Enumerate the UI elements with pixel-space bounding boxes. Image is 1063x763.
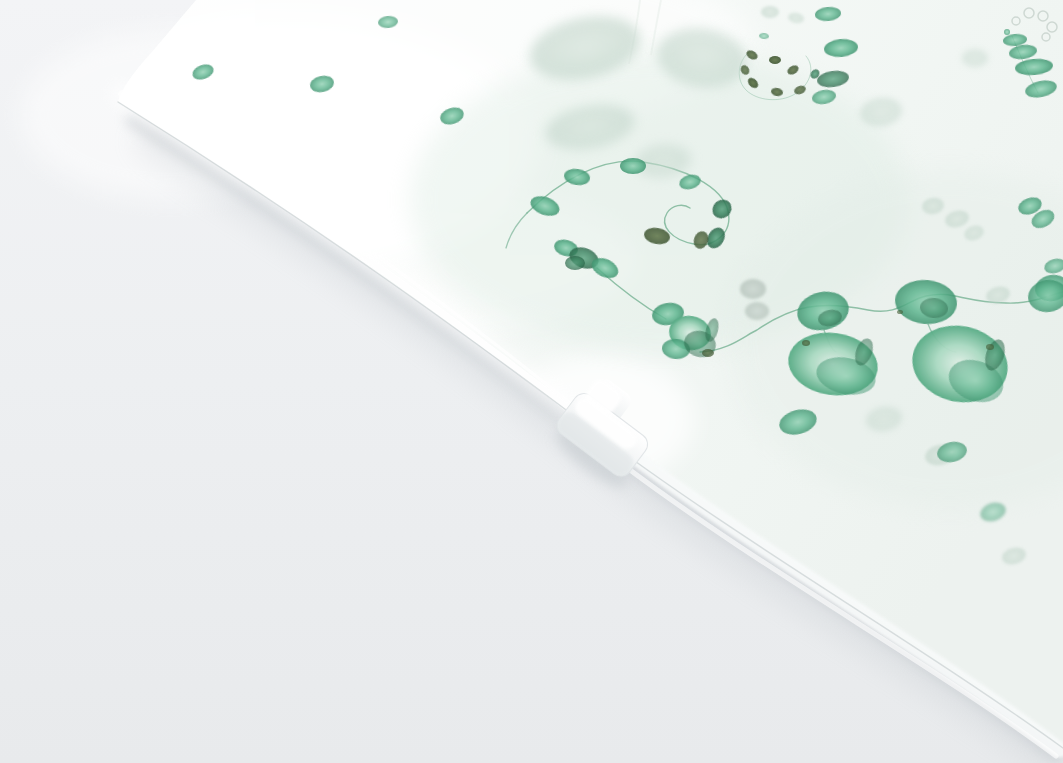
leaf-motif	[962, 49, 988, 67]
leaf-motif	[986, 344, 994, 350]
photo-canvas	[0, 0, 1063, 763]
leaf-motif	[565, 256, 585, 270]
leaf-motif	[802, 340, 810, 346]
leaf-motif	[1004, 29, 1010, 35]
leaf-motif	[761, 6, 779, 18]
product-photo	[0, 0, 1063, 763]
leaf-motif	[745, 302, 769, 320]
leaf-motif	[702, 349, 714, 357]
leaf-motif	[620, 158, 646, 174]
leaf-motif	[740, 279, 766, 299]
leaf-motif	[897, 310, 903, 314]
leaf-motif	[769, 56, 781, 64]
